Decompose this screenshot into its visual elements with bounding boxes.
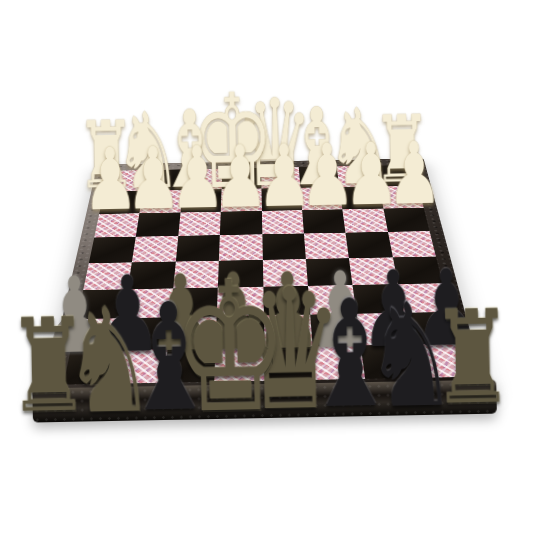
square-a2 — [379, 186, 424, 209]
square-a3 — [383, 208, 429, 232]
square-a7 — [403, 312, 457, 344]
square-c2 — [300, 187, 342, 210]
square-d6 — [263, 286, 310, 316]
square-h6 — [77, 289, 128, 319]
square-d7 — [263, 315, 312, 347]
square-b7 — [357, 313, 410, 345]
square-h1 — [104, 170, 146, 192]
square-f5 — [173, 260, 219, 288]
square-a5 — [392, 256, 442, 284]
square-a8 — [409, 343, 466, 378]
square-a6 — [398, 283, 450, 313]
square-f7 — [167, 317, 217, 349]
square-f1 — [182, 169, 222, 191]
square-a1 — [375, 165, 418, 186]
square-b8 — [361, 344, 416, 379]
square-f2 — [180, 189, 221, 212]
square-b6 — [353, 284, 403, 314]
square-g6 — [124, 288, 173, 318]
square-d2 — [261, 188, 302, 211]
square-e8 — [214, 347, 264, 382]
square-c1 — [299, 166, 340, 187]
square-g3 — [136, 212, 180, 236]
square-c5 — [306, 258, 353, 286]
pieces-layer: ♜♞♝♛♚♝♞♜♟♟♟♟♟♟♟♟♟♟♟♟♟♟♟♟♜♞♝♛♚♝♞♜ — [0, 0, 528, 5]
square-h3 — [94, 213, 140, 237]
square-g2 — [140, 190, 183, 213]
chess-set-photo: ♜♞♝♛♚♝♞♜♟♟♟♟♟♟♟♟♟♟♟♟♟♟♟♟♜♞♝♛♚♝♞♜ — [0, 0, 533, 533]
square-h8 — [63, 350, 119, 385]
square-b3 — [343, 208, 388, 232]
square-f3 — [178, 212, 221, 236]
square-e1 — [222, 168, 261, 190]
square-e7 — [216, 316, 264, 348]
square-g4 — [132, 236, 178, 262]
square-e3 — [220, 211, 262, 235]
square-e6 — [217, 287, 264, 317]
square-d1 — [261, 167, 301, 188]
square-c6 — [308, 285, 357, 315]
square-e2 — [221, 189, 262, 212]
square-b1 — [337, 166, 379, 187]
square-d3 — [261, 210, 303, 234]
square-b4 — [346, 232, 393, 258]
square-h7 — [70, 318, 123, 350]
square-b5 — [349, 257, 398, 285]
square-c3 — [302, 209, 346, 233]
square-e4 — [219, 234, 262, 260]
chess-board — [44, 158, 485, 396]
square-f4 — [176, 235, 220, 261]
square-h2 — [99, 191, 143, 214]
square-d4 — [262, 234, 306, 260]
square-h4 — [89, 237, 136, 263]
square-g1 — [143, 169, 184, 191]
square-g5 — [128, 261, 176, 289]
square-g7 — [119, 317, 170, 349]
square-e5 — [218, 260, 263, 288]
square-g8 — [114, 349, 168, 384]
board-tilt-wrapper: ♜♞♝♛♚♝♞♜♟♟♟♟♟♟♟♟♟♟♟♟♟♟♟♟♜♞♝♛♚♝♞♜ — [0, 0, 533, 533]
square-c8 — [312, 345, 365, 380]
square-f6 — [170, 287, 218, 317]
square-c4 — [304, 233, 349, 259]
square-b2 — [340, 186, 384, 209]
square-d5 — [262, 259, 307, 287]
square-h5 — [83, 262, 132, 290]
square-c7 — [310, 314, 361, 346]
square-f8 — [164, 348, 216, 383]
square-d8 — [264, 346, 315, 381]
board-grid — [63, 165, 466, 385]
square-a4 — [388, 231, 436, 257]
